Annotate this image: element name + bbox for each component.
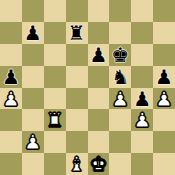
square-c4[interactable] (44, 88, 66, 110)
square-g2[interactable] (131, 131, 153, 153)
square-a8[interactable] (0, 0, 22, 22)
piece-white-king[interactable]: ♚ (89, 154, 107, 175)
square-a1[interactable] (0, 153, 22, 175)
piece-black-pawn[interactable]: ♟ (155, 66, 173, 87)
square-c1[interactable] (44, 153, 66, 175)
square-g5[interactable] (131, 66, 153, 88)
piece-white-pawn[interactable]: ♟ (155, 88, 173, 109)
square-f8[interactable] (109, 0, 131, 22)
square-e5[interactable] (88, 66, 110, 88)
square-g6[interactable] (131, 44, 153, 66)
piece-black-knight[interactable]: ♞ (111, 66, 129, 87)
square-e2[interactable] (88, 131, 110, 153)
square-d6[interactable] (66, 44, 88, 66)
square-a2[interactable] (0, 131, 22, 153)
square-h5[interactable]: ♟ (153, 66, 175, 88)
square-h7[interactable] (153, 22, 175, 44)
square-a5[interactable]: ♟ (0, 66, 22, 88)
square-b8[interactable] (22, 0, 44, 22)
square-e6[interactable]: ♟ (88, 44, 110, 66)
square-g3[interactable]: ♟ (131, 109, 153, 131)
square-e1[interactable]: ♚ (88, 153, 110, 175)
square-d3[interactable] (66, 109, 88, 131)
piece-white-pawn[interactable]: ♟ (133, 110, 151, 131)
square-e3[interactable] (88, 109, 110, 131)
square-b3[interactable] (22, 109, 44, 131)
square-d8[interactable] (66, 0, 88, 22)
piece-black-king[interactable]: ♚ (111, 44, 129, 65)
chess-board: ♟♜♟♚♟♞♟♟♟♟♟♜♟♟♝♚ (0, 0, 175, 175)
square-c3[interactable]: ♜ (44, 109, 66, 131)
square-d4[interactable] (66, 88, 88, 110)
square-c2[interactable] (44, 131, 66, 153)
square-h6[interactable] (153, 44, 175, 66)
square-c5[interactable] (44, 66, 66, 88)
square-b1[interactable] (22, 153, 44, 175)
piece-black-pawn[interactable]: ♟ (133, 88, 151, 109)
piece-black-pawn[interactable]: ♟ (89, 44, 107, 65)
square-b6[interactable] (22, 44, 44, 66)
square-b7[interactable]: ♟ (22, 22, 44, 44)
square-h3[interactable] (153, 109, 175, 131)
square-f3[interactable] (109, 109, 131, 131)
square-h2[interactable] (153, 131, 175, 153)
square-a4[interactable]: ♟ (0, 88, 22, 110)
square-c8[interactable] (44, 0, 66, 22)
square-d1[interactable]: ♝ (66, 153, 88, 175)
square-h4[interactable]: ♟ (153, 88, 175, 110)
piece-black-pawn[interactable]: ♟ (24, 22, 42, 43)
square-h1[interactable] (153, 153, 175, 175)
square-g8[interactable] (131, 0, 153, 22)
square-e4[interactable] (88, 88, 110, 110)
piece-white-bishop[interactable]: ♝ (68, 154, 86, 175)
square-h8[interactable] (153, 0, 175, 22)
square-c6[interactable] (44, 44, 66, 66)
piece-white-pawn[interactable]: ♟ (24, 132, 42, 153)
square-f2[interactable] (109, 131, 131, 153)
square-f4[interactable]: ♟ (109, 88, 131, 110)
square-e7[interactable] (88, 22, 110, 44)
square-g1[interactable] (131, 153, 153, 175)
piece-white-rook[interactable]: ♜ (46, 110, 64, 131)
square-f6[interactable]: ♚ (109, 44, 131, 66)
square-d2[interactable] (66, 131, 88, 153)
square-g4[interactable]: ♟ (131, 88, 153, 110)
piece-white-pawn[interactable]: ♟ (2, 88, 20, 109)
piece-black-rook[interactable]: ♜ (68, 22, 86, 43)
square-b4[interactable] (22, 88, 44, 110)
square-a6[interactable] (0, 44, 22, 66)
square-a7[interactable] (0, 22, 22, 44)
square-c7[interactable] (44, 22, 66, 44)
square-d5[interactable] (66, 66, 88, 88)
piece-white-pawn[interactable]: ♟ (111, 88, 129, 109)
square-a3[interactable] (0, 109, 22, 131)
square-f7[interactable] (109, 22, 131, 44)
square-d7[interactable]: ♜ (66, 22, 88, 44)
square-b5[interactable] (22, 66, 44, 88)
square-f1[interactable] (109, 153, 131, 175)
square-g7[interactable] (131, 22, 153, 44)
square-e8[interactable] (88, 0, 110, 22)
piece-black-pawn[interactable]: ♟ (2, 66, 20, 87)
square-f5[interactable]: ♞ (109, 66, 131, 88)
square-b2[interactable]: ♟ (22, 131, 44, 153)
